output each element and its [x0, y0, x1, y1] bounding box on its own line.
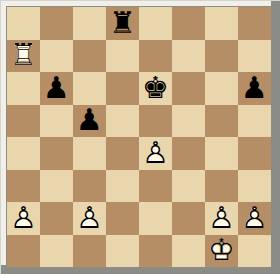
piece-glyph-outline: ♙	[73, 202, 106, 235]
piece-glyph-outline: ♔	[205, 235, 238, 268]
square-h4[interactable]	[238, 137, 271, 170]
square-b8[interactable]	[40, 7, 73, 40]
square-f6[interactable]	[172, 72, 205, 105]
square-f2[interactable]	[172, 202, 205, 235]
piece-glyph-outline: ♙	[238, 202, 271, 235]
piece-glyph-outline: ♙	[139, 137, 172, 170]
piece-black-pawn-b6[interactable]: ♟	[40, 72, 73, 105]
square-b7[interactable]	[40, 40, 73, 73]
square-c7[interactable]	[73, 40, 106, 73]
square-g6[interactable]	[205, 72, 238, 105]
square-e8[interactable]	[139, 7, 172, 40]
square-b3[interactable]	[40, 170, 73, 203]
piece-white-rook-a7[interactable]: ♜♖	[7, 40, 40, 73]
square-e6[interactable]: ♚	[139, 72, 172, 105]
square-h8[interactable]	[238, 7, 271, 40]
board-frame: ♜♜♖♟♚♟♟♟♙♟♙♟♙♟♙♟♙♚♔	[0, 0, 280, 274]
square-f3[interactable]	[172, 170, 205, 203]
piece-white-king-g1[interactable]: ♚♔	[205, 235, 238, 268]
square-b5[interactable]	[40, 105, 73, 138]
piece-glyph-filled: ♟	[238, 72, 271, 105]
square-c8[interactable]	[73, 7, 106, 40]
piece-glyph-outline: ♙	[7, 202, 40, 235]
square-f7[interactable]	[172, 40, 205, 73]
square-e1[interactable]	[139, 235, 172, 268]
square-g3[interactable]	[205, 170, 238, 203]
square-g8[interactable]	[205, 7, 238, 40]
square-d7[interactable]	[106, 40, 139, 73]
square-a6[interactable]	[7, 72, 40, 105]
piece-white-pawn-c2[interactable]: ♟♙	[73, 202, 106, 235]
square-e3[interactable]	[139, 170, 172, 203]
square-c4[interactable]	[73, 137, 106, 170]
piece-white-pawn-a2[interactable]: ♟♙	[7, 202, 40, 235]
square-a7[interactable]: ♜♖	[7, 40, 40, 73]
square-e4[interactable]: ♟♙	[139, 137, 172, 170]
square-a2[interactable]: ♟♙	[7, 202, 40, 235]
square-f1[interactable]	[172, 235, 205, 268]
piece-black-rook-d8[interactable]: ♜	[106, 7, 139, 40]
square-a1[interactable]	[7, 235, 40, 268]
square-d8[interactable]: ♜	[106, 7, 139, 40]
square-a4[interactable]	[7, 137, 40, 170]
square-h5[interactable]	[238, 105, 271, 138]
piece-glyph-outline: ♙	[205, 202, 238, 235]
square-f8[interactable]	[172, 7, 205, 40]
square-e2[interactable]	[139, 202, 172, 235]
square-d4[interactable]	[106, 137, 139, 170]
square-e5[interactable]	[139, 105, 172, 138]
square-d3[interactable]	[106, 170, 139, 203]
piece-glyph-outline: ♖	[7, 40, 40, 73]
square-c5[interactable]: ♟	[73, 105, 106, 138]
square-h3[interactable]	[238, 170, 271, 203]
piece-black-pawn-h6[interactable]: ♟	[238, 72, 271, 105]
square-h7[interactable]	[238, 40, 271, 73]
square-a8[interactable]	[7, 7, 40, 40]
square-b6[interactable]: ♟	[40, 72, 73, 105]
square-c2[interactable]: ♟♙	[73, 202, 106, 235]
piece-glyph-filled: ♟	[40, 72, 73, 105]
piece-glyph-filled: ♟	[73, 105, 106, 138]
square-d2[interactable]	[106, 202, 139, 235]
square-a3[interactable]	[7, 170, 40, 203]
square-b4[interactable]	[40, 137, 73, 170]
square-b2[interactable]	[40, 202, 73, 235]
square-h6[interactable]: ♟	[238, 72, 271, 105]
square-d1[interactable]	[106, 235, 139, 268]
square-g4[interactable]	[205, 137, 238, 170]
square-e7[interactable]	[139, 40, 172, 73]
chess-board: ♜♜♖♟♚♟♟♟♙♟♙♟♙♟♙♟♙♚♔	[7, 7, 271, 267]
square-g1[interactable]: ♚♔	[205, 235, 238, 268]
square-g5[interactable]	[205, 105, 238, 138]
square-b1[interactable]	[40, 235, 73, 268]
square-h2[interactable]: ♟♙	[238, 202, 271, 235]
square-c1[interactable]	[73, 235, 106, 268]
piece-glyph-filled: ♚	[139, 72, 172, 105]
square-d5[interactable]	[106, 105, 139, 138]
piece-white-pawn-g2[interactable]: ♟♙	[205, 202, 238, 235]
piece-white-pawn-h2[interactable]: ♟♙	[238, 202, 271, 235]
square-c3[interactable]	[73, 170, 106, 203]
piece-white-pawn-e4[interactable]: ♟♙	[139, 137, 172, 170]
piece-glyph-filled: ♜	[106, 7, 139, 40]
square-c6[interactable]	[73, 72, 106, 105]
square-f5[interactable]	[172, 105, 205, 138]
square-d6[interactable]	[106, 72, 139, 105]
square-f4[interactable]	[172, 137, 205, 170]
piece-black-pawn-c5[interactable]: ♟	[73, 105, 106, 138]
piece-black-king-e6[interactable]: ♚	[139, 72, 172, 105]
square-a5[interactable]	[7, 105, 40, 138]
square-g2[interactable]: ♟♙	[205, 202, 238, 235]
square-h1[interactable]	[238, 235, 271, 268]
square-g7[interactable]	[205, 40, 238, 73]
